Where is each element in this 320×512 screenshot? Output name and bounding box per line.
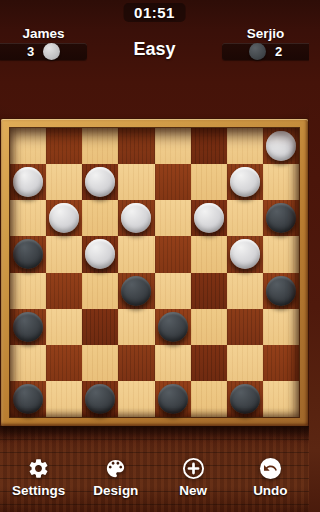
- settings-button[interactable]: Settings: [4, 457, 74, 498]
- black-piece[interactable]: [13, 239, 43, 269]
- board-cell[interactable]: [263, 273, 299, 309]
- board-cell: [155, 200, 191, 236]
- board-cell: [227, 273, 263, 309]
- board-cell: [118, 309, 154, 345]
- black-piece[interactable]: [13, 312, 43, 342]
- black-piece-chip: [249, 43, 266, 60]
- board-cell: [155, 345, 191, 381]
- board-cell[interactable]: [227, 309, 263, 345]
- board-cell: [10, 128, 46, 164]
- board-cell[interactable]: [46, 273, 82, 309]
- white-piece[interactable]: [230, 167, 260, 197]
- board-cell: [263, 164, 299, 200]
- board-cell[interactable]: [155, 164, 191, 200]
- board-cell[interactable]: [46, 345, 82, 381]
- board-cell[interactable]: [82, 164, 118, 200]
- board-cell: [191, 236, 227, 272]
- board-cell[interactable]: [191, 200, 227, 236]
- board-cell[interactable]: [191, 345, 227, 381]
- board-cell[interactable]: [191, 128, 227, 164]
- checkers-board: [10, 128, 299, 417]
- board-cell[interactable]: [118, 345, 154, 381]
- board-cell[interactable]: [155, 236, 191, 272]
- undo-label: Undo: [253, 483, 288, 498]
- undo-button[interactable]: Undo: [235, 457, 305, 498]
- board-cell: [82, 128, 118, 164]
- board-cell[interactable]: [263, 200, 299, 236]
- player-right-score: 2: [275, 44, 282, 59]
- game-timer: 01:51: [123, 3, 186, 22]
- board-cell: [263, 236, 299, 272]
- board-cell[interactable]: [82, 309, 118, 345]
- design-label: Design: [93, 483, 138, 498]
- board-cell: [155, 128, 191, 164]
- board-cell: [191, 381, 227, 417]
- white-piece[interactable]: [13, 167, 43, 197]
- new-game-button[interactable]: New: [158, 457, 228, 498]
- design-button[interactable]: Design: [81, 457, 151, 498]
- board-cell[interactable]: [263, 128, 299, 164]
- board-cell: [191, 164, 227, 200]
- board-cell[interactable]: [191, 273, 227, 309]
- white-piece[interactable]: [230, 239, 260, 269]
- black-piece[interactable]: [158, 384, 188, 414]
- board-cell[interactable]: [227, 381, 263, 417]
- palette-icon: [104, 457, 127, 480]
- board-cell: [191, 309, 227, 345]
- board-cell[interactable]: [10, 381, 46, 417]
- board-cell: [118, 381, 154, 417]
- board-cell[interactable]: [118, 128, 154, 164]
- board-cell[interactable]: [118, 200, 154, 236]
- board-cell: [10, 345, 46, 381]
- board-cell: [227, 345, 263, 381]
- board-cell: [82, 345, 118, 381]
- board-cell[interactable]: [227, 164, 263, 200]
- black-piece[interactable]: [158, 312, 188, 342]
- white-piece[interactable]: [266, 131, 296, 161]
- board-cell: [227, 128, 263, 164]
- board-cell: [82, 273, 118, 309]
- board-cell: [118, 164, 154, 200]
- black-piece[interactable]: [266, 203, 296, 233]
- board-cell[interactable]: [118, 273, 154, 309]
- player-right-score-bar: 2: [222, 43, 309, 60]
- black-piece[interactable]: [266, 276, 296, 306]
- black-piece[interactable]: [230, 384, 260, 414]
- board-cell[interactable]: [10, 236, 46, 272]
- board-cell[interactable]: [46, 128, 82, 164]
- white-piece[interactable]: [85, 239, 115, 269]
- board-cell[interactable]: [10, 309, 46, 345]
- board-cell: [227, 200, 263, 236]
- board-cell[interactable]: [227, 236, 263, 272]
- board-cell[interactable]: [82, 236, 118, 272]
- board-cell: [263, 381, 299, 417]
- white-piece[interactable]: [49, 203, 79, 233]
- plus-circle-icon: [182, 457, 205, 480]
- board-cell: [46, 381, 82, 417]
- white-piece[interactable]: [194, 203, 224, 233]
- board-frame: [1, 119, 308, 426]
- board-cell: [10, 200, 46, 236]
- white-piece[interactable]: [121, 203, 151, 233]
- board-cell: [46, 164, 82, 200]
- board-cell[interactable]: [10, 164, 46, 200]
- board-cell[interactable]: [263, 345, 299, 381]
- board-cell: [82, 200, 118, 236]
- board-cell[interactable]: [155, 381, 191, 417]
- board-cell: [46, 309, 82, 345]
- settings-label: Settings: [12, 483, 65, 498]
- new-label: New: [179, 483, 207, 498]
- board-cell[interactable]: [155, 309, 191, 345]
- board-cell: [155, 273, 191, 309]
- board-cell: [46, 236, 82, 272]
- board-cell: [10, 273, 46, 309]
- board-cell: [263, 309, 299, 345]
- player-right-name: Serjio: [222, 26, 309, 41]
- board-drop-shadow: [0, 426, 309, 442]
- board-cell[interactable]: [46, 200, 82, 236]
- white-piece[interactable]: [85, 167, 115, 197]
- black-piece[interactable]: [121, 276, 151, 306]
- board-cell: [118, 236, 154, 272]
- undo-icon: [259, 457, 282, 480]
- gear-icon: [27, 457, 50, 480]
- bottom-nav: Settings Design New Undo: [0, 452, 309, 502]
- black-piece[interactable]: [85, 384, 115, 414]
- black-piece[interactable]: [13, 384, 43, 414]
- board-cell[interactable]: [82, 381, 118, 417]
